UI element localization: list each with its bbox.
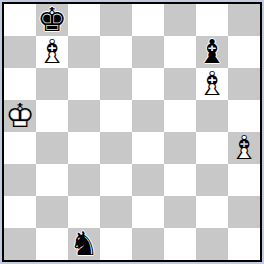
square-f2[interactable] bbox=[164, 196, 196, 228]
square-d2[interactable] bbox=[100, 196, 132, 228]
square-c4[interactable] bbox=[68, 132, 100, 164]
square-d6[interactable] bbox=[100, 68, 132, 100]
square-b6[interactable] bbox=[36, 68, 68, 100]
square-f1[interactable] bbox=[164, 228, 196, 260]
square-g1[interactable] bbox=[196, 228, 228, 260]
white-king-icon: ♔ bbox=[4, 100, 36, 132]
square-e2[interactable] bbox=[132, 196, 164, 228]
square-d3[interactable] bbox=[100, 164, 132, 196]
square-d7[interactable] bbox=[100, 36, 132, 68]
square-f7[interactable] bbox=[164, 36, 196, 68]
square-b7[interactable]: ♝♗ bbox=[36, 36, 68, 68]
square-c3[interactable] bbox=[68, 164, 100, 196]
square-a1[interactable] bbox=[4, 228, 36, 260]
piece-white-king[interactable]: ♚♔ bbox=[4, 100, 36, 132]
square-e4[interactable] bbox=[132, 132, 164, 164]
square-e5[interactable] bbox=[132, 100, 164, 132]
piece-white-bishop[interactable]: ♝♗ bbox=[36, 36, 68, 68]
square-h2[interactable] bbox=[228, 196, 260, 228]
square-a2[interactable] bbox=[4, 196, 36, 228]
square-b3[interactable] bbox=[36, 164, 68, 196]
square-a5[interactable]: ♚♔ bbox=[4, 100, 36, 132]
piece-white-bishop[interactable]: ♝♗ bbox=[196, 68, 228, 100]
square-e1[interactable] bbox=[132, 228, 164, 260]
chess-diagram: ♚♝♗♝♝♗♚♔♝♗♞ bbox=[0, 0, 264, 264]
square-c6[interactable] bbox=[68, 68, 100, 100]
square-f4[interactable] bbox=[164, 132, 196, 164]
square-d8[interactable] bbox=[100, 4, 132, 36]
square-g5[interactable] bbox=[196, 100, 228, 132]
square-h7[interactable] bbox=[228, 36, 260, 68]
square-a4[interactable] bbox=[4, 132, 36, 164]
square-c1[interactable]: ♞ bbox=[68, 228, 100, 260]
chess-board: ♚♝♗♝♝♗♚♔♝♗♞ bbox=[4, 4, 260, 260]
square-f8[interactable] bbox=[164, 4, 196, 36]
square-d1[interactable] bbox=[100, 228, 132, 260]
square-d4[interactable] bbox=[100, 132, 132, 164]
square-e7[interactable] bbox=[132, 36, 164, 68]
piece-black-knight[interactable]: ♞ bbox=[68, 228, 100, 260]
square-c7[interactable] bbox=[68, 36, 100, 68]
square-b1[interactable] bbox=[36, 228, 68, 260]
square-e3[interactable] bbox=[132, 164, 164, 196]
square-a3[interactable] bbox=[4, 164, 36, 196]
square-e8[interactable] bbox=[132, 4, 164, 36]
board-frame: ♚♝♗♝♝♗♚♔♝♗♞ bbox=[2, 2, 262, 262]
square-g2[interactable] bbox=[196, 196, 228, 228]
square-e6[interactable] bbox=[132, 68, 164, 100]
square-b4[interactable] bbox=[36, 132, 68, 164]
square-f6[interactable] bbox=[164, 68, 196, 100]
square-g3[interactable] bbox=[196, 164, 228, 196]
square-a7[interactable] bbox=[4, 36, 36, 68]
piece-white-bishop[interactable]: ♝♗ bbox=[228, 132, 260, 164]
square-a8[interactable] bbox=[4, 4, 36, 36]
square-h3[interactable] bbox=[228, 164, 260, 196]
square-h4[interactable]: ♝♗ bbox=[228, 132, 260, 164]
square-d5[interactable] bbox=[100, 100, 132, 132]
square-b5[interactable] bbox=[36, 100, 68, 132]
square-g4[interactable] bbox=[196, 132, 228, 164]
square-c8[interactable] bbox=[68, 4, 100, 36]
white-bishop-icon: ♗ bbox=[196, 68, 228, 100]
square-f3[interactable] bbox=[164, 164, 196, 196]
square-h6[interactable] bbox=[228, 68, 260, 100]
black-knight-icon: ♞ bbox=[68, 228, 100, 260]
square-b2[interactable] bbox=[36, 196, 68, 228]
white-bishop-icon: ♗ bbox=[228, 132, 260, 164]
square-c5[interactable] bbox=[68, 100, 100, 132]
square-h1[interactable] bbox=[228, 228, 260, 260]
square-f5[interactable] bbox=[164, 100, 196, 132]
white-bishop-icon: ♗ bbox=[36, 36, 68, 68]
square-h8[interactable] bbox=[228, 4, 260, 36]
square-g6[interactable]: ♝♗ bbox=[196, 68, 228, 100]
